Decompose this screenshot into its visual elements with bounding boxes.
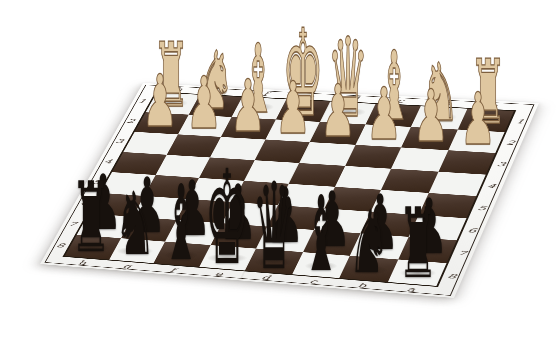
black-knight-glyph: ♞ xyxy=(114,181,156,268)
black-bishop-glyph: ♝ xyxy=(303,183,340,287)
white-pawn-glyph: ♟ xyxy=(230,70,266,142)
white-pawn-glyph: ♟ xyxy=(320,75,356,147)
black-knight-glyph: ♞ xyxy=(348,200,390,287)
white-pawn-glyph: ♟ xyxy=(142,65,178,137)
white-pawn-glyph: ♟ xyxy=(186,67,222,139)
white-pawn-glyph: ♟ xyxy=(460,83,496,155)
black-rook-glyph: ♜ xyxy=(71,170,111,267)
white-pawn-glyph: ♟ xyxy=(366,78,402,150)
white-pawn-glyph: ♟ xyxy=(413,80,449,152)
black-queen-glyph: ♛ xyxy=(251,166,296,286)
product-photo-stage: hh11gg22ff33ee44dd55cc66bb77aa88 ♜♞♝♛♚♝♞… xyxy=(0,0,560,345)
black-king-glyph: ♚ xyxy=(204,154,249,284)
black-bishop-glyph: ♝ xyxy=(162,172,199,276)
pieces-layer: ♜♞♝♛♚♝♞♜♟♟♟♟♟♟♟♟♟♟♟♟♟♟♟♟♜♞♝♛♚♝♞♜ xyxy=(0,0,560,345)
white-pawn-glyph: ♟ xyxy=(275,72,311,144)
black-rook-glyph: ♜ xyxy=(398,196,438,293)
